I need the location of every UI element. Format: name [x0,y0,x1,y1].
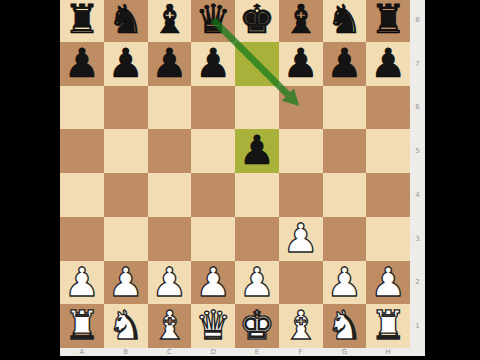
square-g4[interactable] [323,173,367,217]
left-letterbox-bar [0,0,60,360]
black-pawn[interactable]: ♟ [148,42,192,86]
square-h8[interactable]: ♜ [366,0,410,42]
square-b7[interactable]: ♟ [104,42,148,86]
square-f2[interactable] [279,261,323,305]
square-h2[interactable]: ♟ [366,261,410,305]
square-f8[interactable]: ♝ [279,0,323,42]
square-e3[interactable] [235,217,279,261]
rank-label-2: 2 [410,261,425,305]
white-pawn[interactable]: ♟ [235,261,279,305]
white-pawn[interactable]: ♟ [148,261,192,305]
rank-label-5: 5 [410,129,425,173]
black-rook[interactable]: ♜ [60,0,104,42]
black-pawn[interactable]: ♟ [323,42,367,86]
square-f1[interactable]: ♝ [279,304,323,348]
square-d6[interactable] [191,86,235,130]
square-e8[interactable]: ♚ [235,0,279,42]
white-rook[interactable]: ♜ [366,304,410,348]
rank-label-6: 6 [410,86,425,130]
square-h7[interactable]: ♟ [366,42,410,86]
square-b1[interactable]: ♞ [104,304,148,348]
square-f3[interactable]: ♟ [279,217,323,261]
square-e7[interactable] [235,42,279,86]
black-pawn[interactable]: ♟ [235,129,279,173]
square-h3[interactable] [366,217,410,261]
square-d4[interactable] [191,173,235,217]
white-king[interactable]: ♚ [235,304,279,348]
chess-app-stage: ♜♞♝♛♚♝♞♜♟♟♟♟♟♟♟♟♟♟♟♟♟♟♟♟♜♞♝♛♚♝♞♜ 8765432… [0,0,480,360]
square-g6[interactable] [323,86,367,130]
square-h1[interactable]: ♜ [366,304,410,348]
square-e1[interactable]: ♚ [235,304,279,348]
file-label-a: A [60,348,104,356]
square-g2[interactable]: ♟ [323,261,367,305]
square-f6[interactable] [279,86,323,130]
white-knight[interactable]: ♞ [323,304,367,348]
square-c1[interactable]: ♝ [148,304,192,348]
file-label-c: C [148,348,192,356]
file-label-strip: ABCDEFGH [60,348,425,356]
square-c5[interactable] [148,129,192,173]
white-pawn[interactable]: ♟ [60,261,104,305]
white-pawn[interactable]: ♟ [104,261,148,305]
square-a6[interactable] [60,86,104,130]
square-g1[interactable]: ♞ [323,304,367,348]
square-b2[interactable]: ♟ [104,261,148,305]
white-pawn[interactable]: ♟ [366,261,410,305]
square-h5[interactable] [366,129,410,173]
square-d1[interactable]: ♛ [191,304,235,348]
black-pawn[interactable]: ♟ [279,42,323,86]
rank-label-3: 3 [410,217,425,261]
square-b6[interactable] [104,86,148,130]
square-e4[interactable] [235,173,279,217]
rank-label-strip: 87654321 [410,0,425,356]
square-b5[interactable] [104,129,148,173]
square-a5[interactable] [60,129,104,173]
rank-label-1: 1 [410,304,425,348]
square-d8[interactable]: ♛ [191,0,235,42]
white-bishop[interactable]: ♝ [148,304,192,348]
file-label-b: B [104,348,148,356]
white-knight[interactable]: ♞ [104,304,148,348]
bottom-letterbox-bar [60,356,425,360]
square-a2[interactable]: ♟ [60,261,104,305]
square-a8[interactable]: ♜ [60,0,104,42]
file-label-d: D [191,348,235,356]
square-d2[interactable]: ♟ [191,261,235,305]
black-knight[interactable]: ♞ [323,0,367,42]
square-c6[interactable] [148,86,192,130]
square-e2[interactable]: ♟ [235,261,279,305]
square-g8[interactable]: ♞ [323,0,367,42]
square-a3[interactable] [60,217,104,261]
file-label-h: H [366,348,410,356]
square-f4[interactable] [279,173,323,217]
square-g3[interactable] [323,217,367,261]
square-c4[interactable] [148,173,192,217]
white-queen[interactable]: ♛ [191,304,235,348]
file-labels: ABCDEFGH [60,348,410,356]
black-pawn[interactable]: ♟ [366,42,410,86]
square-b3[interactable] [104,217,148,261]
black-bishop[interactable]: ♝ [279,0,323,42]
black-bishop[interactable]: ♝ [148,0,192,42]
square-a7[interactable]: ♟ [60,42,104,86]
square-d5[interactable] [191,129,235,173]
square-a1[interactable]: ♜ [60,304,104,348]
square-h6[interactable] [366,86,410,130]
square-e6[interactable] [235,86,279,130]
black-queen[interactable]: ♛ [191,0,235,42]
square-f5[interactable] [279,129,323,173]
file-label-f: F [279,348,323,356]
black-pawn[interactable]: ♟ [191,42,235,86]
square-b8[interactable]: ♞ [104,0,148,42]
square-d3[interactable] [191,217,235,261]
square-a4[interactable] [60,173,104,217]
black-king[interactable]: ♚ [235,0,279,42]
square-g5[interactable] [323,129,367,173]
white-rook[interactable]: ♜ [60,304,104,348]
square-c8[interactable]: ♝ [148,0,192,42]
file-label-e: E [235,348,279,356]
white-pawn[interactable]: ♟ [191,261,235,305]
square-e5[interactable]: ♟ [235,129,279,173]
square-b4[interactable] [104,173,148,217]
rank-label-4: 4 [410,173,425,217]
chess-board[interactable]: ♜♞♝♛♚♝♞♜♟♟♟♟♟♟♟♟♟♟♟♟♟♟♟♟♜♞♝♛♚♝♞♜ [60,0,410,348]
rank-label-7: 7 [410,42,425,86]
square-c3[interactable] [148,217,192,261]
square-f7[interactable]: ♟ [279,42,323,86]
rank-labels: 87654321 [410,0,425,348]
right-letterbox-bar [425,0,480,360]
rank-label-8: 8 [410,0,425,42]
square-c2[interactable]: ♟ [148,261,192,305]
black-knight[interactable]: ♞ [104,0,148,42]
black-pawn[interactable]: ♟ [60,42,104,86]
white-pawn[interactable]: ♟ [279,217,323,261]
square-c7[interactable]: ♟ [148,42,192,86]
white-bishop[interactable]: ♝ [279,304,323,348]
square-h4[interactable] [366,173,410,217]
black-pawn[interactable]: ♟ [104,42,148,86]
square-g7[interactable]: ♟ [323,42,367,86]
white-pawn[interactable]: ♟ [323,261,367,305]
file-label-g: G [323,348,367,356]
square-d7[interactable]: ♟ [191,42,235,86]
black-rook[interactable]: ♜ [366,0,410,42]
